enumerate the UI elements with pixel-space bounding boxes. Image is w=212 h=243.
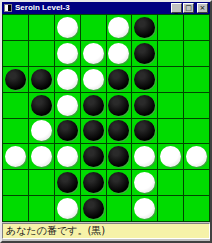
cell-c7[interactable] [55, 170, 81, 196]
black-disc [83, 198, 104, 219]
cell-e7[interactable] [107, 170, 133, 196]
white-disc [108, 17, 129, 38]
white-disc [57, 69, 78, 90]
cell-g7[interactable] [158, 170, 184, 196]
white-disc [186, 146, 207, 167]
black-disc [108, 95, 129, 116]
cell-d2[interactable] [81, 41, 107, 67]
cell-e4[interactable] [107, 93, 133, 119]
black-disc [57, 120, 78, 141]
cell-f2[interactable] [132, 41, 158, 67]
cell-g6[interactable] [158, 144, 184, 170]
cell-f6[interactable] [132, 144, 158, 170]
white-disc [134, 172, 155, 193]
white-disc [31, 146, 52, 167]
cell-g1[interactable] [158, 15, 184, 41]
cell-a6[interactable] [3, 144, 29, 170]
black-disc [108, 172, 129, 193]
cell-c5[interactable] [55, 119, 81, 145]
white-disc [134, 146, 155, 167]
app-icon[interactable] [4, 4, 12, 12]
title-bar[interactable]: Seroin Level-3 _ □ × [2, 2, 210, 14]
cell-b2[interactable] [29, 41, 55, 67]
cell-h3[interactable] [184, 67, 210, 93]
black-disc [134, 95, 155, 116]
cell-b6[interactable] [29, 144, 55, 170]
cell-e2[interactable] [107, 41, 133, 67]
black-disc [134, 120, 155, 141]
maximize-button[interactable]: □ [183, 3, 194, 13]
cell-f8[interactable] [132, 196, 158, 222]
white-disc [57, 146, 78, 167]
status-text: あなたの番です。(黒) [6, 224, 105, 238]
black-disc [134, 69, 155, 90]
cell-d8[interactable] [81, 196, 107, 222]
cell-a7[interactable] [3, 170, 29, 196]
cell-d5[interactable] [81, 119, 107, 145]
black-disc [83, 120, 104, 141]
cell-h7[interactable] [184, 170, 210, 196]
cell-f3[interactable] [132, 67, 158, 93]
black-disc [108, 146, 129, 167]
black-disc [108, 69, 129, 90]
cell-c8[interactable] [55, 196, 81, 222]
close-button[interactable]: × [197, 3, 208, 13]
white-disc [5, 146, 26, 167]
black-disc [5, 69, 26, 90]
window-title: Seroin Level-3 [15, 2, 171, 14]
board [2, 14, 210, 222]
cell-e6[interactable] [107, 144, 133, 170]
cell-f7[interactable] [132, 170, 158, 196]
cell-g2[interactable] [158, 41, 184, 67]
cell-h5[interactable] [184, 119, 210, 145]
cell-f4[interactable] [132, 93, 158, 119]
caption-buttons: _ □ × [171, 3, 208, 13]
white-disc [83, 43, 104, 64]
white-disc [57, 43, 78, 64]
cell-b4[interactable] [29, 93, 55, 119]
cell-b1[interactable] [29, 15, 55, 41]
minimize-button[interactable]: _ [171, 3, 182, 13]
white-disc [134, 198, 155, 219]
white-disc [57, 17, 78, 38]
cell-e8[interactable] [107, 196, 133, 222]
cell-c1[interactable] [55, 15, 81, 41]
cell-d7[interactable] [81, 170, 107, 196]
cell-h6[interactable] [184, 144, 210, 170]
cell-e3[interactable] [107, 67, 133, 93]
close-icon: × [200, 4, 206, 12]
black-disc [108, 120, 129, 141]
black-disc [83, 146, 104, 167]
black-disc [31, 69, 52, 90]
cell-d1[interactable] [81, 15, 107, 41]
black-disc [134, 43, 155, 64]
cell-d6[interactable] [81, 144, 107, 170]
cell-d3[interactable] [81, 67, 107, 93]
cell-c4[interactable] [55, 93, 81, 119]
status-bar: あなたの番です。(黒) [2, 223, 210, 239]
cell-f1[interactable] [132, 15, 158, 41]
cell-g5[interactable] [158, 119, 184, 145]
cell-h8[interactable] [184, 196, 210, 222]
cell-f5[interactable] [132, 119, 158, 145]
cell-h1[interactable] [184, 15, 210, 41]
cell-h2[interactable] [184, 41, 210, 67]
white-disc [57, 95, 78, 116]
cell-c6[interactable] [55, 144, 81, 170]
cell-a2[interactable] [3, 41, 29, 67]
black-disc [134, 17, 155, 38]
cell-g3[interactable] [158, 67, 184, 93]
white-disc [160, 146, 181, 167]
cell-d4[interactable] [81, 93, 107, 119]
black-disc [83, 95, 104, 116]
black-disc [83, 172, 104, 193]
cell-e1[interactable] [107, 15, 133, 41]
cell-a3[interactable] [3, 67, 29, 93]
cell-b5[interactable] [29, 119, 55, 145]
white-disc [31, 120, 52, 141]
cell-a8[interactable] [3, 196, 29, 222]
cell-a4[interactable] [3, 93, 29, 119]
cell-g8[interactable] [158, 196, 184, 222]
white-disc [57, 198, 78, 219]
maximize-icon: □ [185, 4, 192, 12]
cell-h4[interactable] [184, 93, 210, 119]
white-disc [83, 69, 104, 90]
cell-a1[interactable] [3, 15, 29, 41]
game-window: Seroin Level-3 _ □ × あなたの番です。(黒) [0, 0, 212, 243]
cell-c2[interactable] [55, 41, 81, 67]
cell-a5[interactable] [3, 119, 29, 145]
black-disc [31, 95, 52, 116]
cell-b7[interactable] [29, 170, 55, 196]
cell-e5[interactable] [107, 119, 133, 145]
cell-c3[interactable] [55, 67, 81, 93]
white-disc [108, 43, 129, 64]
cell-g4[interactable] [158, 93, 184, 119]
minimize-icon: _ [175, 6, 179, 14]
cell-b3[interactable] [29, 67, 55, 93]
cell-b8[interactable] [29, 196, 55, 222]
black-disc [57, 172, 78, 193]
